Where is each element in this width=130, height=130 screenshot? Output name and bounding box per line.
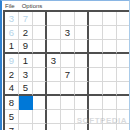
menu-item-file[interactable]: File xyxy=(5,3,15,9)
cell-r7c4[interactable] xyxy=(47,96,61,110)
cell-r6c6[interactable] xyxy=(75,82,89,96)
cell-r7c8[interactable] xyxy=(103,96,117,110)
cell-r1c2[interactable]: 7 xyxy=(19,12,33,26)
cell-r4c4[interactable]: 3 xyxy=(47,54,61,68)
cell-r7c2[interactable] xyxy=(19,96,33,110)
cell-r2c2[interactable]: 2 xyxy=(19,26,33,40)
cell-r9c9[interactable] xyxy=(117,124,130,130)
cell-r5c1[interactable]: 2 xyxy=(5,68,19,82)
cell-r4c9[interactable] xyxy=(117,54,130,68)
cell-r9c6[interactable] xyxy=(75,124,89,130)
cell-r9c1[interactable]: 7 xyxy=(5,124,19,130)
cell-r1c7[interactable] xyxy=(89,12,103,26)
cell-r4c1[interactable]: 9 xyxy=(5,54,19,68)
cell-r3c4[interactable] xyxy=(47,40,61,54)
cell-r3c5[interactable] xyxy=(61,40,75,54)
cell-r4c8[interactable] xyxy=(103,54,117,68)
cell-r7c6[interactable] xyxy=(75,96,89,110)
cell-r8c3[interactable] xyxy=(33,110,47,124)
cell-r6c2[interactable]: 5 xyxy=(19,82,33,96)
cell-r1c4[interactable] xyxy=(47,12,61,26)
cell-r3c6[interactable] xyxy=(75,40,89,54)
cell-r5c7[interactable] xyxy=(89,68,103,82)
cell-r9c8[interactable] xyxy=(103,124,117,130)
cell-r2c4[interactable] xyxy=(47,26,61,40)
cell-r8c4[interactable] xyxy=(47,110,61,124)
cell-r6c9[interactable] xyxy=(117,82,130,96)
cell-r8c7[interactable] xyxy=(89,110,103,124)
cell-r8c8[interactable] xyxy=(103,110,117,124)
cell-r5c8[interactable] xyxy=(103,68,117,82)
cell-r9c2[interactable] xyxy=(19,124,33,130)
cell-r8c5[interactable] xyxy=(61,110,75,124)
cell-r8c1[interactable]: 5 xyxy=(5,110,19,124)
cell-r6c5[interactable] xyxy=(61,82,75,96)
cell-r7c1[interactable]: 8 xyxy=(5,96,19,110)
menu-bar: File Options xyxy=(2,1,129,10)
cell-r8c9[interactable] xyxy=(117,110,130,124)
cell-r2c9[interactable] xyxy=(117,26,130,40)
cell-r6c3[interactable] xyxy=(33,82,47,96)
cell-r5c9[interactable] xyxy=(117,68,130,82)
cell-r7c7[interactable] xyxy=(89,96,103,110)
cell-r1c6[interactable] xyxy=(75,12,89,26)
cell-r3c8[interactable] xyxy=(103,40,117,54)
cell-r2c6[interactable] xyxy=(75,26,89,40)
cell-r4c3[interactable] xyxy=(33,54,47,68)
cell-r4c5[interactable] xyxy=(61,54,75,68)
cell-r2c5[interactable]: 3 xyxy=(61,26,75,40)
cell-r2c3[interactable] xyxy=(33,26,47,40)
cell-r9c5[interactable] xyxy=(61,124,75,130)
cell-r8c2[interactable] xyxy=(19,110,33,124)
cell-r7c3[interactable] xyxy=(33,96,47,110)
cell-r6c8[interactable] xyxy=(103,82,117,96)
cell-r5c4[interactable] xyxy=(47,68,61,82)
cell-r5c3[interactable] xyxy=(33,68,47,82)
cell-r1c9[interactable] xyxy=(117,12,130,26)
sudoku-grid: 376231991323745857 xyxy=(3,10,130,130)
cell-r4c2[interactable]: 1 xyxy=(19,54,33,68)
cell-r2c7[interactable] xyxy=(89,26,103,40)
cell-r5c5[interactable]: 7 xyxy=(61,68,75,82)
cell-r4c7[interactable] xyxy=(89,54,103,68)
cell-r3c9[interactable] xyxy=(117,40,130,54)
cell-r9c4[interactable] xyxy=(47,124,61,130)
cell-r3c1[interactable]: 1 xyxy=(5,40,19,54)
cell-r5c2[interactable]: 3 xyxy=(19,68,33,82)
cell-r1c3[interactable] xyxy=(33,12,47,26)
cell-r5c6[interactable] xyxy=(75,68,89,82)
cell-r9c3[interactable] xyxy=(33,124,47,130)
cell-r7c9[interactable] xyxy=(117,96,130,110)
cell-r8c6[interactable] xyxy=(75,110,89,124)
menu-item-options[interactable]: Options xyxy=(22,3,43,9)
cell-r6c7[interactable] xyxy=(89,82,103,96)
cell-r6c4[interactable] xyxy=(47,82,61,96)
cell-r9c7[interactable] xyxy=(89,124,103,130)
sudoku-app-window: File Options 376231991323745857 SOFTPEDI… xyxy=(0,0,130,130)
cell-r3c3[interactable] xyxy=(33,40,47,54)
cell-r1c1[interactable]: 3 xyxy=(5,12,19,26)
cell-r2c1[interactable]: 6 xyxy=(5,26,19,40)
cell-r2c8[interactable] xyxy=(103,26,117,40)
cell-r4c6[interactable] xyxy=(75,54,89,68)
cell-r7c5[interactable] xyxy=(61,96,75,110)
cell-r1c5[interactable] xyxy=(61,12,75,26)
cell-r3c2[interactable]: 9 xyxy=(19,40,33,54)
cell-r6c1[interactable]: 4 xyxy=(5,82,19,96)
cell-r3c7[interactable] xyxy=(89,40,103,54)
cell-r1c8[interactable] xyxy=(103,12,117,26)
